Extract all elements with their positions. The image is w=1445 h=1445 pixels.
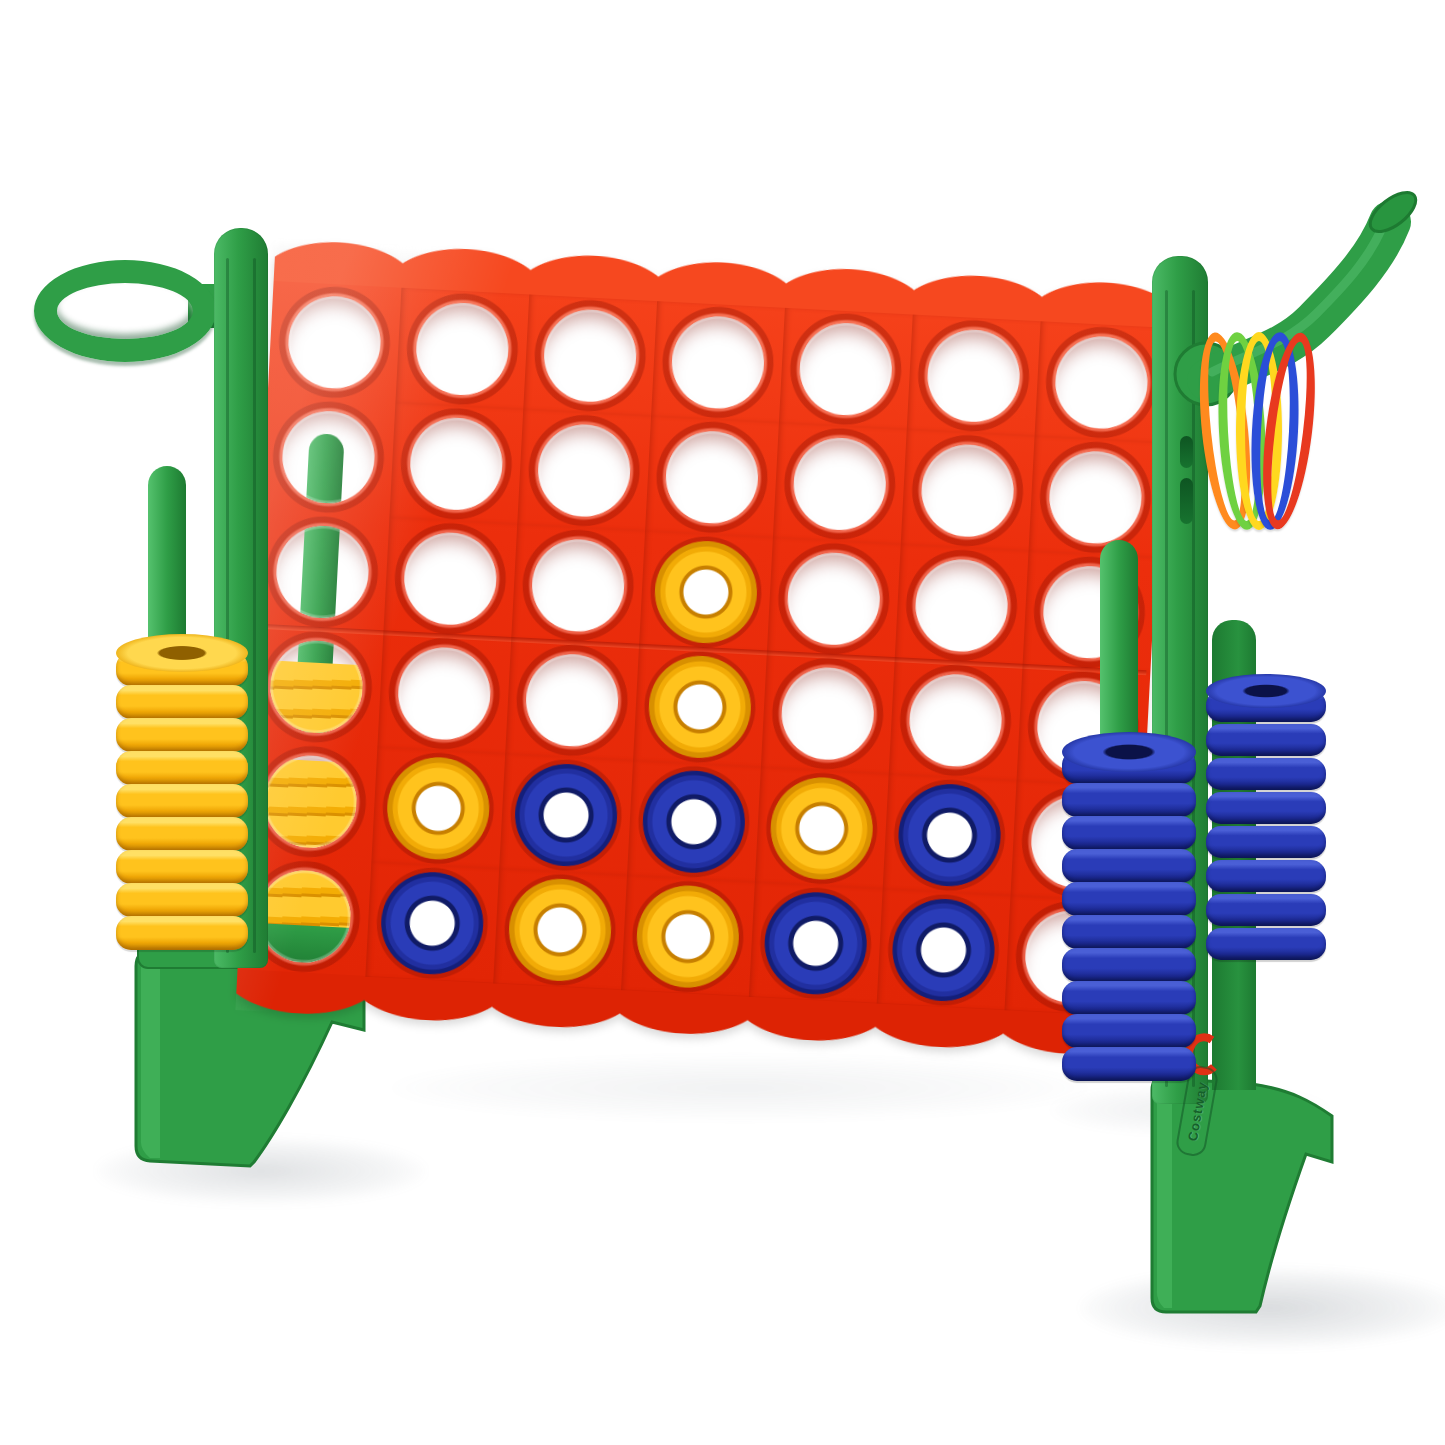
stack-top-face xyxy=(1206,674,1326,708)
blue-storage-disc xyxy=(1206,826,1326,858)
blue-storage-disc xyxy=(1062,915,1196,949)
blue-storage-disc xyxy=(1062,1014,1196,1048)
blue-storage-disc xyxy=(1062,981,1196,1015)
blue-storage-disc xyxy=(1206,928,1326,960)
yellow-storage-disc xyxy=(116,883,248,917)
blue-storage-disc xyxy=(1206,860,1326,892)
stack-top-face xyxy=(1062,732,1196,772)
connect-four-product-photo: Costway xyxy=(0,0,1445,1445)
blue-storage-disc xyxy=(1062,1047,1196,1081)
blue-storage-disc xyxy=(1062,948,1196,982)
yellow-storage-disc xyxy=(116,718,248,752)
brand-label: Costway xyxy=(1184,1080,1209,1142)
yellow-storage-disc xyxy=(116,916,248,950)
yellow-storage-disc xyxy=(116,685,248,719)
stack-top-face xyxy=(116,634,248,672)
blue-storage-disc xyxy=(1062,849,1196,883)
blue-storage-disc xyxy=(1062,783,1196,817)
storage-rod xyxy=(1100,540,1138,756)
blue-storage-disc xyxy=(1206,792,1326,824)
yellow-storage-disc xyxy=(116,817,248,851)
blue-storage-disc xyxy=(1206,894,1326,926)
blue-storage-disc xyxy=(1206,758,1326,790)
blue-storage-disc xyxy=(1206,724,1326,756)
blue-storage-disc xyxy=(1062,816,1196,850)
yellow-storage-disc xyxy=(116,751,248,785)
yellow-storage-disc xyxy=(116,784,248,818)
yellow-storage-disc xyxy=(116,850,248,884)
blue-storage-disc xyxy=(1062,882,1196,916)
